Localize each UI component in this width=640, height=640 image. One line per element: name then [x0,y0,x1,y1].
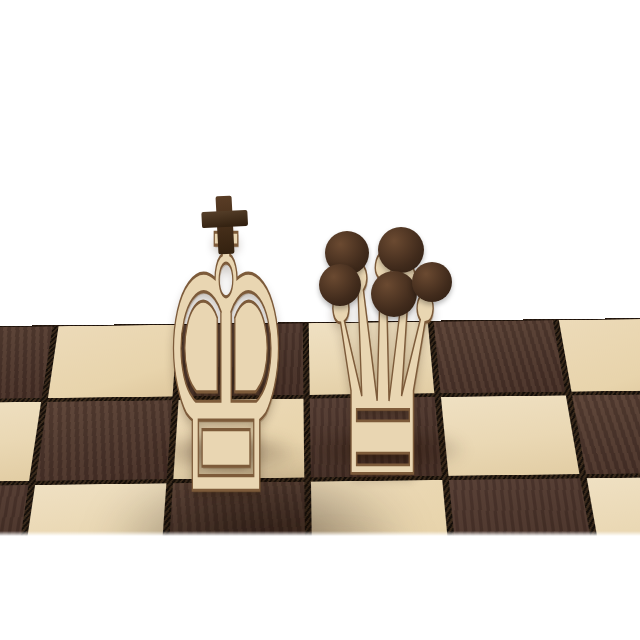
board-square [0,402,41,483]
queen-crown-ball-icon [371,271,417,317]
queen-crown-ball-icon [412,262,452,302]
chess-photo-scene: ♚ ♛ [0,0,640,640]
queen-crown-ball-icon [378,227,424,273]
board-square [559,319,640,392]
board-square [441,395,580,475]
photo-crop-edge [0,531,640,640]
queen-crown-ball-icon [319,264,361,306]
board-square [572,394,640,474]
king-cross-finial-icon [201,195,250,255]
board-square [0,326,53,399]
